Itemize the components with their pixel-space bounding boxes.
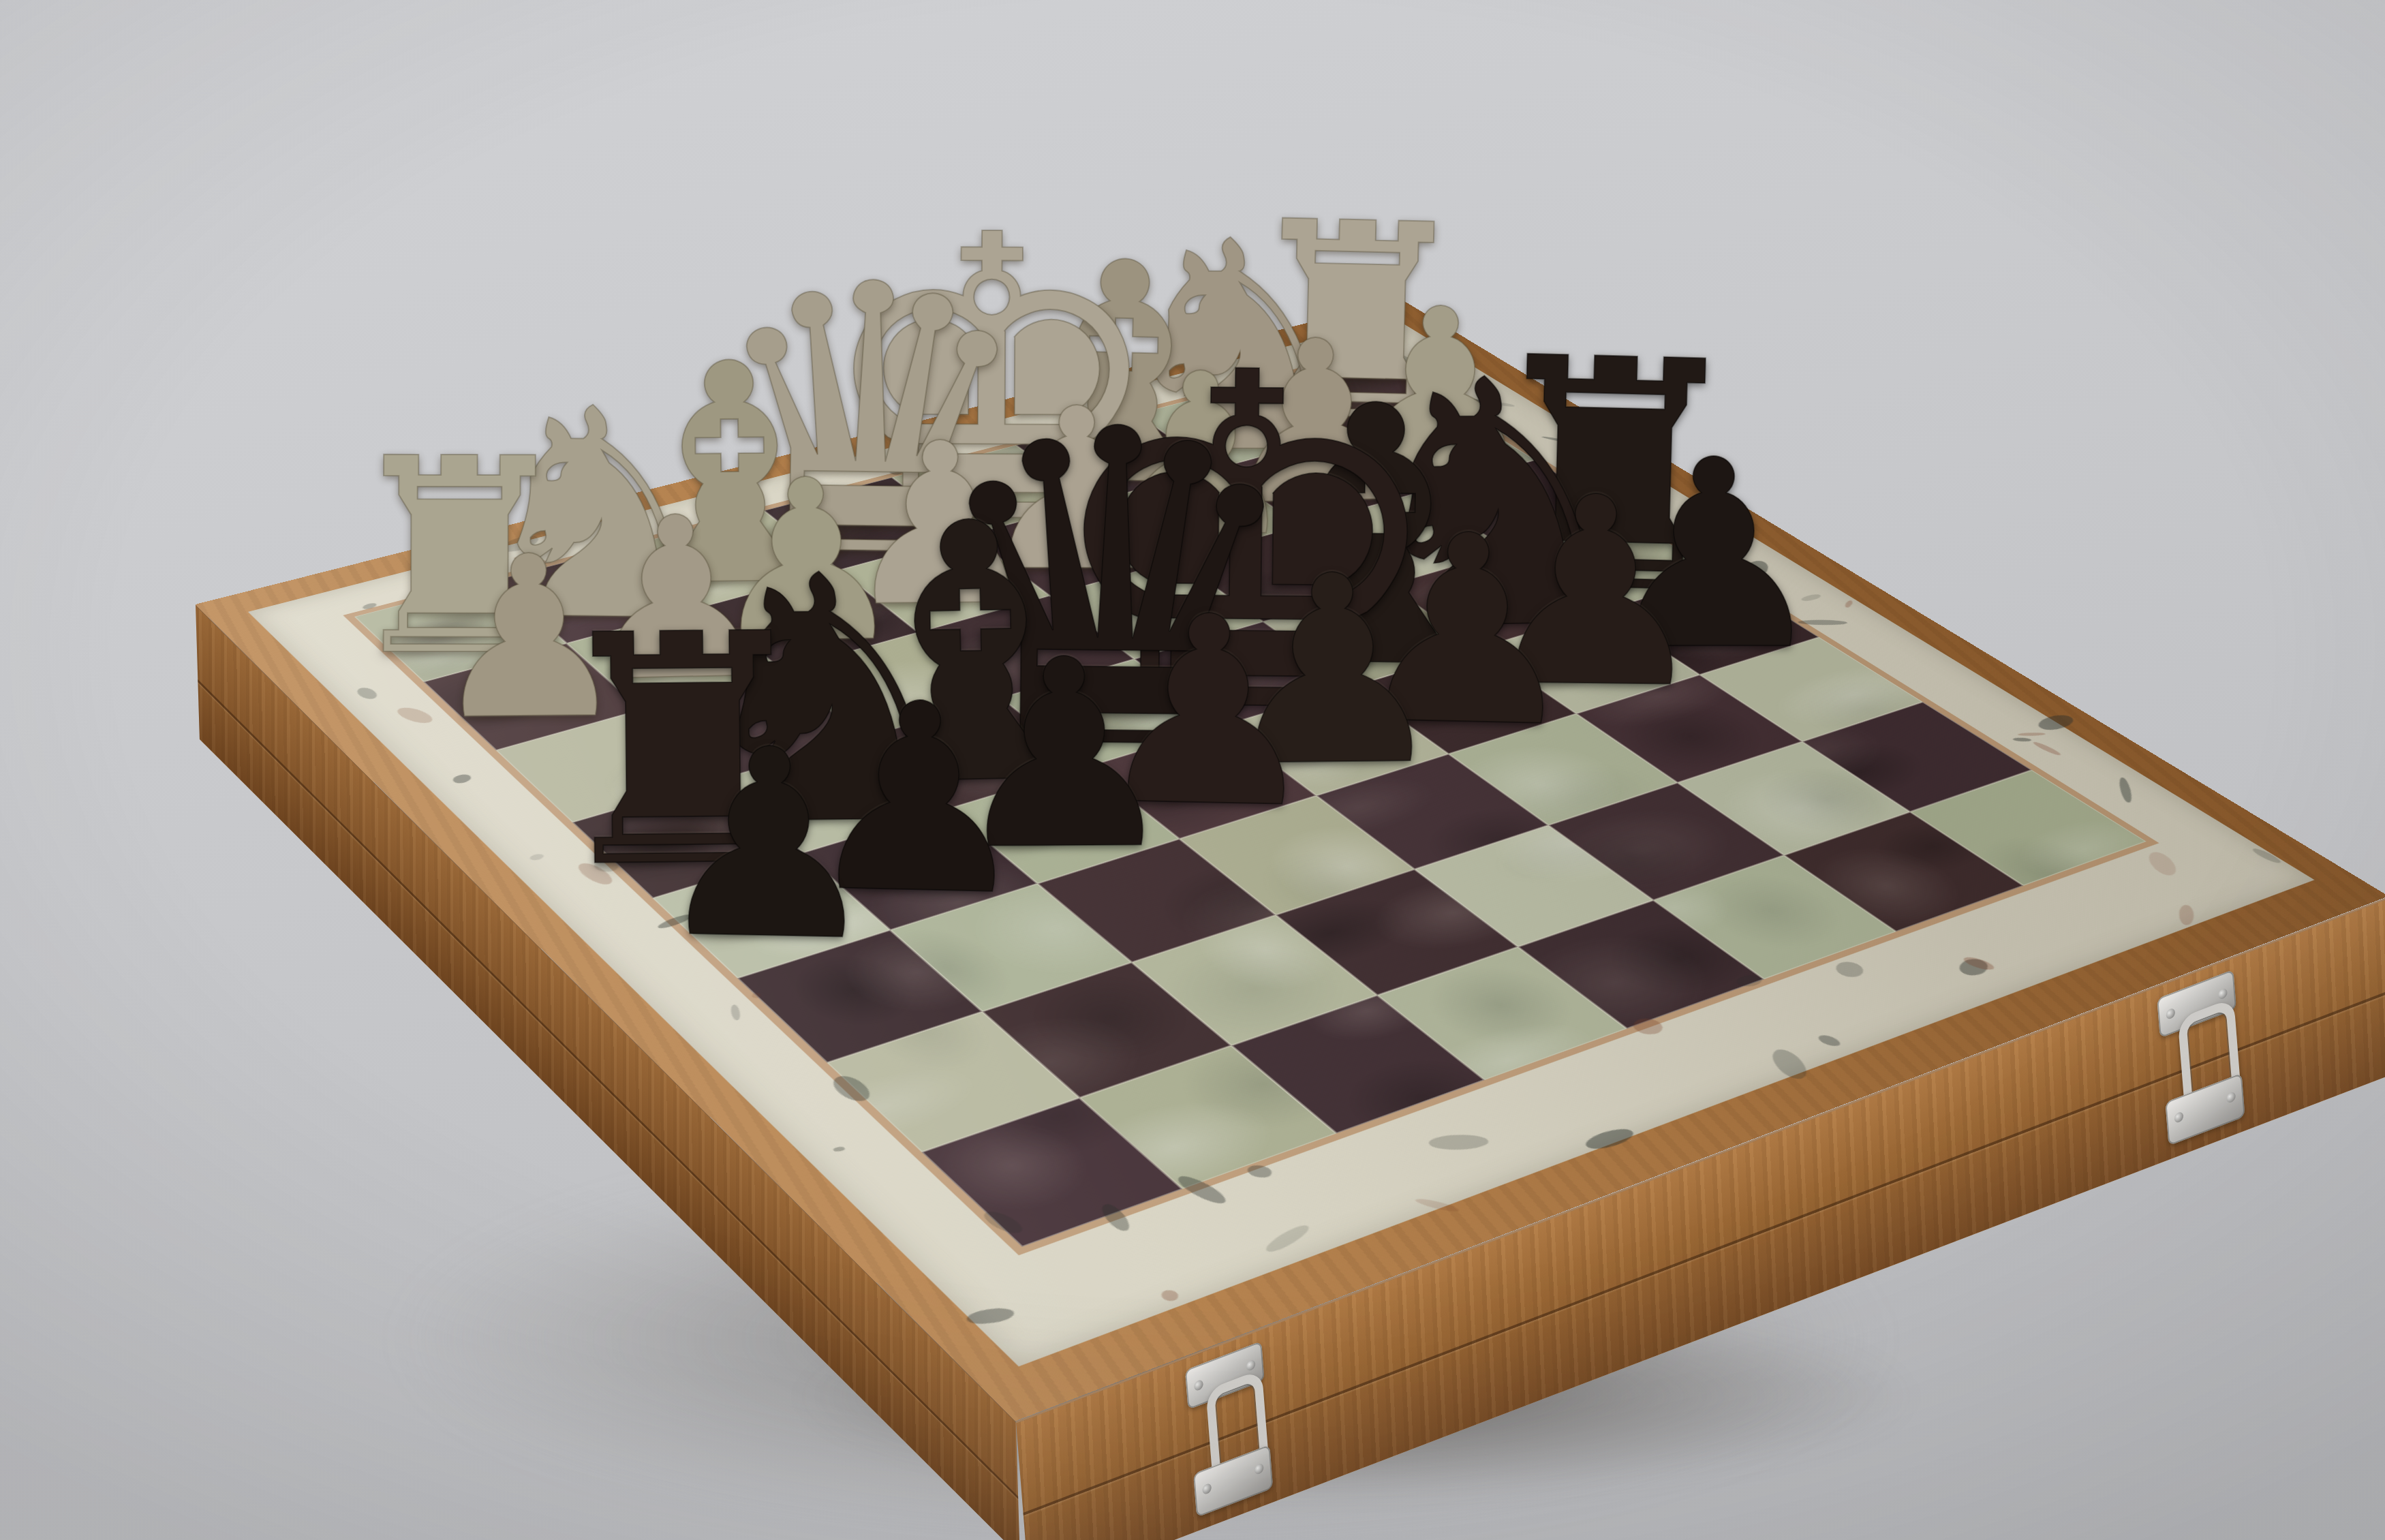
scene: ♜♞♝♛♚♝♞♜♟♟♟♟♟♟♟♟♜♞♝♛♚♝♞♜♟♟♟♟♟♟♟♟	[0, 0, 2385, 1540]
